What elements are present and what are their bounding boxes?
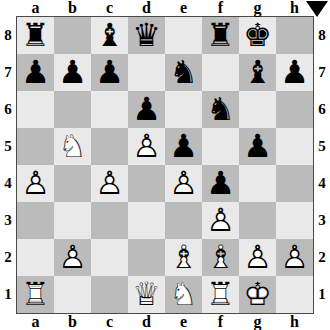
- rank-label-4-right: 4: [314, 165, 330, 202]
- piece-white-bishop[interactable]: ♝♗: [202, 239, 239, 276]
- square-e5[interactable]: ♟: [165, 128, 202, 165]
- rank-label-8-right: 8: [314, 17, 330, 54]
- square-a7[interactable]: ♟: [17, 54, 54, 91]
- piece-outline: ♙: [128, 128, 165, 165]
- piece-white-pawn[interactable]: ♟♙: [165, 165, 202, 202]
- square-a4[interactable]: ♟♙: [17, 165, 54, 202]
- square-c3[interactable]: [91, 202, 128, 239]
- rank-label-6-left: 6: [0, 91, 16, 128]
- square-g7[interactable]: ♝: [239, 54, 276, 91]
- square-a2[interactable]: [17, 239, 54, 276]
- piece-outline: ♙: [165, 165, 202, 202]
- square-b3[interactable]: [54, 202, 91, 239]
- square-b4[interactable]: [54, 165, 91, 202]
- file-label-c-top: c: [91, 0, 128, 16]
- piece-black-pawn[interactable]: ♟: [239, 128, 276, 165]
- piece-black-king[interactable]: ♚: [239, 17, 276, 54]
- square-a1[interactable]: ♜♖: [17, 276, 54, 313]
- square-d3[interactable]: [128, 202, 165, 239]
- square-d5[interactable]: ♟♙: [128, 128, 165, 165]
- rank-label-7-right: 7: [314, 54, 330, 91]
- piece-white-pawn[interactable]: ♟♙: [202, 202, 239, 239]
- piece-black-bishop[interactable]: ♝: [91, 17, 128, 54]
- piece-black-pawn[interactable]: ♟: [128, 91, 165, 128]
- piece-white-pawn[interactable]: ♟♙: [276, 239, 313, 276]
- piece-black-pawn[interactable]: ♟: [17, 54, 54, 91]
- square-h7[interactable]: ♟: [276, 54, 313, 91]
- piece-white-pawn[interactable]: ♟♙: [91, 165, 128, 202]
- piece-black-queen[interactable]: ♛: [128, 17, 165, 54]
- square-b6[interactable]: [54, 91, 91, 128]
- file-label-h-top: h: [276, 0, 313, 16]
- square-c7[interactable]: ♟: [91, 54, 128, 91]
- square-e7[interactable]: ♞: [165, 54, 202, 91]
- rank-label-6-right: 6: [314, 91, 330, 128]
- square-h4[interactable]: [276, 165, 313, 202]
- file-label-e-top: e: [165, 0, 202, 16]
- square-h5[interactable]: [276, 128, 313, 165]
- square-h1[interactable]: [276, 276, 313, 313]
- piece-white-pawn[interactable]: ♟♙: [17, 165, 54, 202]
- piece-white-pawn[interactable]: ♟♙: [54, 239, 91, 276]
- chess-diagram: ♜♝♛♜♚♟♟♟♞♝♟♟♞♞♘♟♙♟♟♟♙♟♙♟♙♟♟♙♟♙♝♗♝♗♟♙♟♙♜♖…: [0, 0, 330, 330]
- piece-black-knight[interactable]: ♞: [165, 54, 202, 91]
- piece-white-pawn[interactable]: ♟♙: [128, 128, 165, 165]
- piece-outline: ♙: [17, 165, 54, 202]
- square-h6[interactable]: [276, 91, 313, 128]
- piece-outline: ♙: [202, 202, 239, 239]
- square-e3[interactable]: [165, 202, 202, 239]
- file-label-d-bottom: d: [128, 314, 165, 330]
- piece-black-pawn[interactable]: ♟: [276, 54, 313, 91]
- square-d1[interactable]: ♛♕: [128, 276, 165, 313]
- file-label-b-top: b: [54, 0, 91, 16]
- square-f8[interactable]: ♜: [202, 17, 239, 54]
- piece-black-rook[interactable]: ♜: [17, 17, 54, 54]
- piece-outline: ♘: [54, 128, 91, 165]
- piece-black-bishop[interactable]: ♝: [239, 54, 276, 91]
- rank-label-7-left: 7: [0, 54, 16, 91]
- piece-outline: ♖: [17, 276, 54, 313]
- square-a5[interactable]: [17, 128, 54, 165]
- square-d6[interactable]: ♟: [128, 91, 165, 128]
- square-e1[interactable]: ♞♘: [165, 276, 202, 313]
- square-f3[interactable]: ♟♙: [202, 202, 239, 239]
- square-g3[interactable]: [239, 202, 276, 239]
- square-a6[interactable]: [17, 91, 54, 128]
- square-h2[interactable]: ♟♙: [276, 239, 313, 276]
- file-label-f-top: f: [202, 0, 239, 16]
- piece-white-bishop[interactable]: ♝♗: [165, 239, 202, 276]
- piece-outline: ♙: [54, 239, 91, 276]
- square-c8[interactable]: ♝: [91, 17, 128, 54]
- square-g1[interactable]: ♚♔: [239, 276, 276, 313]
- file-label-h-bottom: h: [276, 314, 313, 330]
- square-b8[interactable]: [54, 17, 91, 54]
- rank-label-8-left: 8: [0, 17, 16, 54]
- piece-white-knight[interactable]: ♞♘: [54, 128, 91, 165]
- piece-black-knight[interactable]: ♞: [202, 91, 239, 128]
- square-d4[interactable]: [128, 165, 165, 202]
- square-d2[interactable]: [128, 239, 165, 276]
- square-c4[interactable]: ♟♙: [91, 165, 128, 202]
- square-h3[interactable]: [276, 202, 313, 239]
- square-e4[interactable]: ♟♙: [165, 165, 202, 202]
- chess-board: ♜♝♛♜♚♟♟♟♞♝♟♟♞♞♘♟♙♟♟♟♙♟♙♟♙♟♟♙♟♙♝♗♝♗♟♙♟♙♜♖…: [16, 16, 314, 314]
- square-h8[interactable]: [276, 17, 313, 54]
- square-e2[interactable]: ♝♗: [165, 239, 202, 276]
- rank-label-3-left: 3: [0, 202, 16, 239]
- file-label-d-top: d: [128, 0, 165, 16]
- file-label-b-bottom: b: [54, 314, 91, 330]
- file-label-a-top: a: [17, 0, 54, 16]
- piece-outline: ♙: [91, 165, 128, 202]
- file-label-a-bottom: a: [17, 314, 54, 330]
- piece-outline: ♘: [165, 276, 202, 313]
- piece-white-knight[interactable]: ♞♘: [165, 276, 202, 313]
- piece-black-pawn[interactable]: ♟: [202, 165, 239, 202]
- piece-black-pawn[interactable]: ♟: [54, 54, 91, 91]
- square-f7[interactable]: [202, 54, 239, 91]
- file-label-f-bottom: f: [202, 314, 239, 330]
- piece-white-rook[interactable]: ♜♖: [17, 276, 54, 313]
- piece-outline: ♔: [239, 276, 276, 313]
- square-f5[interactable]: [202, 128, 239, 165]
- file-label-g-bottom: g: [239, 314, 276, 330]
- rank-label-5-right: 5: [314, 128, 330, 165]
- piece-outline: ♕: [128, 276, 165, 313]
- square-c1[interactable]: [91, 276, 128, 313]
- piece-white-queen[interactable]: ♛♕: [128, 276, 165, 313]
- square-c6[interactable]: [91, 91, 128, 128]
- rank-label-2-right: 2: [314, 239, 330, 276]
- piece-outline: ♗: [202, 239, 239, 276]
- piece-black-pawn[interactable]: ♟: [91, 54, 128, 91]
- square-g8[interactable]: ♚: [239, 17, 276, 54]
- square-g4[interactable]: [239, 165, 276, 202]
- file-label-g-top: g: [239, 0, 276, 16]
- rank-label-5-left: 5: [0, 128, 16, 165]
- square-f6[interactable]: ♞: [202, 91, 239, 128]
- piece-outline: ♗: [165, 239, 202, 276]
- square-d7[interactable]: [128, 54, 165, 91]
- square-f2[interactable]: ♝♗: [202, 239, 239, 276]
- rank-label-2-left: 2: [0, 239, 16, 276]
- piece-black-rook[interactable]: ♜: [202, 17, 239, 54]
- piece-outline: ♙: [239, 239, 276, 276]
- rank-label-1-left: 1: [0, 276, 16, 313]
- rank-label-1-right: 1: [314, 276, 330, 313]
- square-e8[interactable]: [165, 17, 202, 54]
- square-g2[interactable]: ♟♙: [239, 239, 276, 276]
- square-d8[interactable]: ♛: [128, 17, 165, 54]
- square-c2[interactable]: [91, 239, 128, 276]
- square-g5[interactable]: ♟: [239, 128, 276, 165]
- square-b7[interactable]: ♟: [54, 54, 91, 91]
- square-c5[interactable]: [91, 128, 128, 165]
- square-b1[interactable]: [54, 276, 91, 313]
- square-g6[interactable]: [239, 91, 276, 128]
- file-label-e-bottom: e: [165, 314, 202, 330]
- rank-label-3-right: 3: [314, 202, 330, 239]
- square-e6[interactable]: [165, 91, 202, 128]
- rank-label-4-left: 4: [0, 165, 16, 202]
- square-a8[interactable]: ♜: [17, 17, 54, 54]
- square-a3[interactable]: [17, 202, 54, 239]
- square-b2[interactable]: ♟♙: [54, 239, 91, 276]
- piece-white-king[interactable]: ♚♔: [239, 276, 276, 313]
- file-label-c-bottom: c: [91, 314, 128, 330]
- piece-black-pawn[interactable]: ♟: [165, 128, 202, 165]
- piece-white-rook[interactable]: ♜♖: [202, 276, 239, 313]
- square-b5[interactable]: ♞♘: [54, 128, 91, 165]
- square-f1[interactable]: ♜♖: [202, 276, 239, 313]
- square-f4[interactable]: ♟: [202, 165, 239, 202]
- piece-outline: ♙: [276, 239, 313, 276]
- piece-white-pawn[interactable]: ♟♙: [239, 239, 276, 276]
- piece-outline: ♖: [202, 276, 239, 313]
